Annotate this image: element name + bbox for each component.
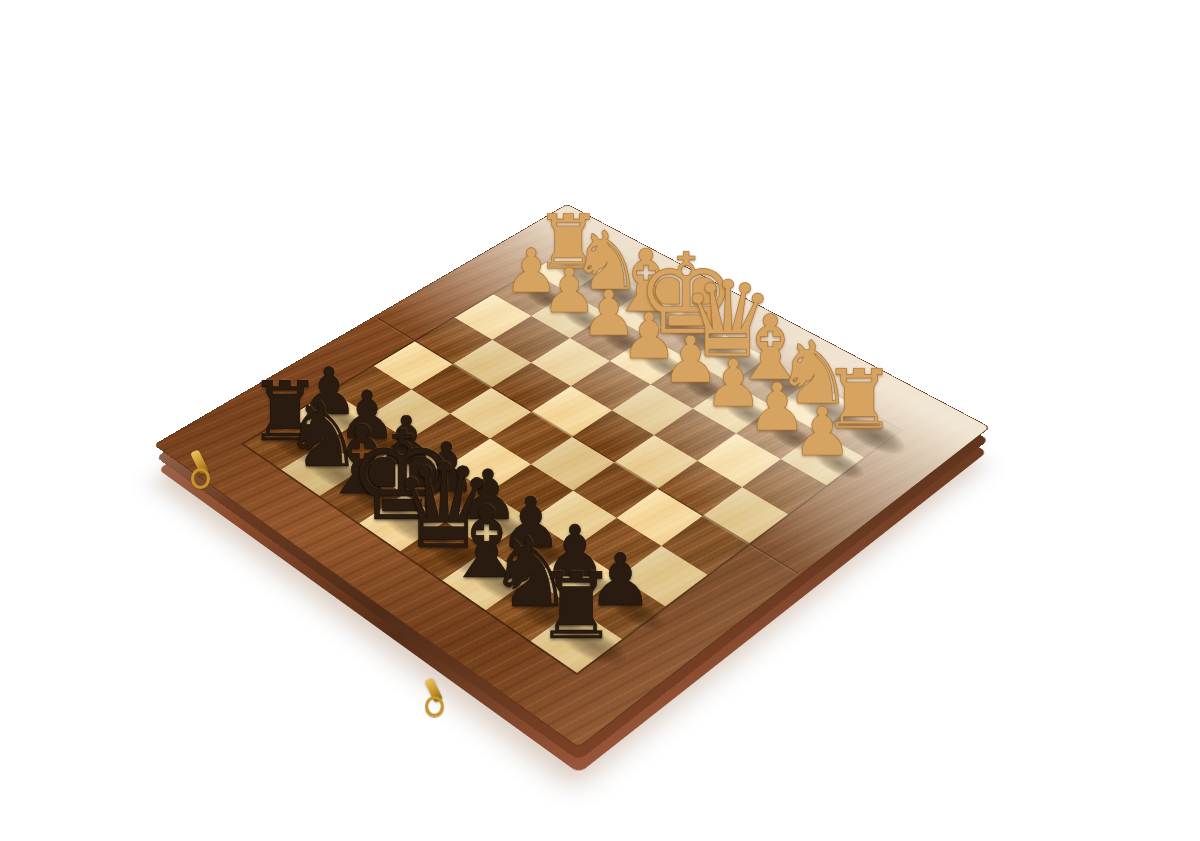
brass-clasp-icon [420,676,450,720]
piece-layer: ♜♞♝♚♛♝♞♜♟♟♟♟♟♟♟♟♟♟♟♟♟♟♟♟♜♞♝♚♛♝♞♜ [0,0,1200,841]
chess-piece-glyph: ♟ [792,394,852,472]
piece-white-pawn-a2[interactable]: ♟ [792,400,852,467]
clasp-ring [191,468,210,489]
brass-clasp-icon [186,448,216,492]
photo-scene: ♜♞♝♚♛♝♞♜♟♟♟♟♟♟♟♟♟♟♟♟♟♟♟♟♜♞♝♚♛♝♞♜ [0,0,1200,841]
piece-black-rook-a8[interactable]: ♜ [535,561,617,652]
clasp-ring [425,696,444,717]
chess-piece-glyph: ♜ [535,553,617,660]
